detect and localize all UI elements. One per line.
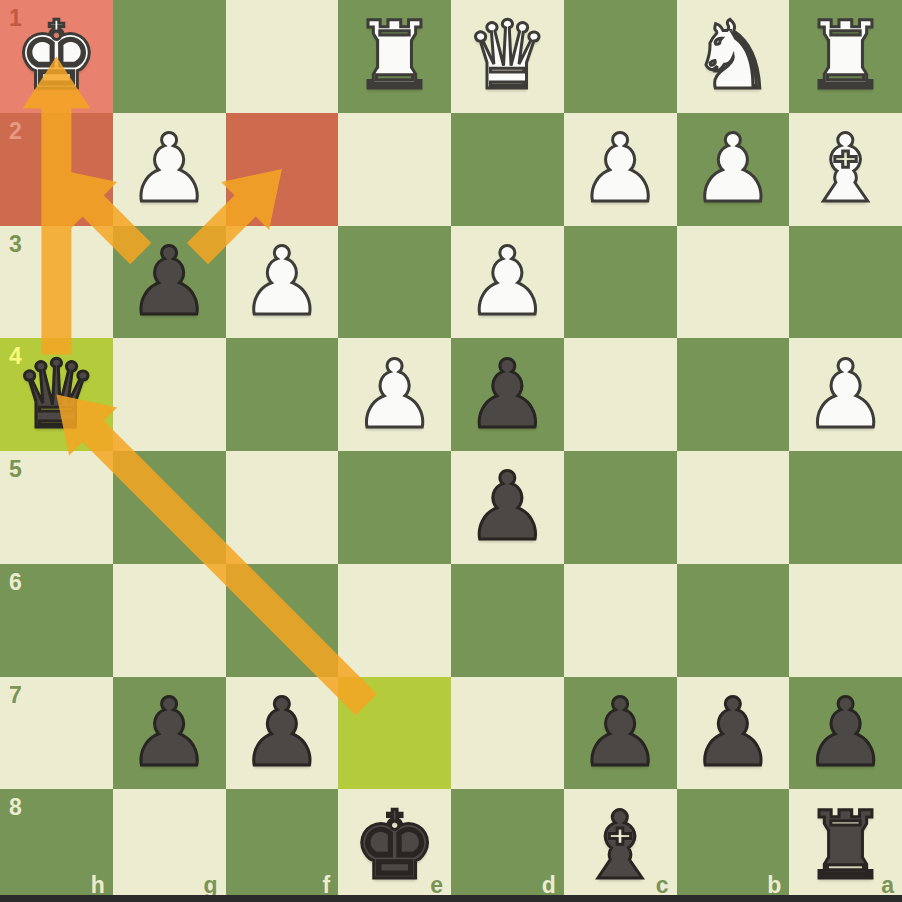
rank-label-2: 2 (9, 118, 22, 145)
white-king-h1[interactable]: ♚ (0, 0, 113, 113)
rank-label-5: 5 (9, 456, 22, 483)
square-e6[interactable] (338, 564, 451, 677)
square-d5[interactable]: ♟ (451, 451, 564, 564)
square-f5[interactable] (226, 451, 339, 564)
square-d2[interactable] (451, 113, 564, 226)
white-pawn-b2[interactable]: ♟ (677, 113, 790, 226)
white-rook-e1[interactable]: ♜ (338, 0, 451, 113)
square-d7[interactable] (451, 677, 564, 790)
square-g4[interactable] (113, 338, 226, 451)
square-b4[interactable] (677, 338, 790, 451)
rank-label-8: 8 (9, 794, 22, 821)
square-b8[interactable]: b (677, 789, 790, 902)
chess-board-wrapper: 1♚♜♛♞♜2♟♟♟♝3♟♟♟4♛♟♟♟5♟67♟♟♟♟♟8hgfe♚dc♝ba… (0, 0, 902, 902)
black-bishop-c8[interactable]: ♝ (564, 789, 677, 902)
square-a3[interactable] (789, 226, 902, 339)
square-f1[interactable] (226, 0, 339, 113)
square-c3[interactable] (564, 226, 677, 339)
square-e7[interactable] (338, 677, 451, 790)
square-h6[interactable]: 6 (0, 564, 113, 677)
square-g8[interactable]: g (113, 789, 226, 902)
square-b5[interactable] (677, 451, 790, 564)
square-h7[interactable]: 7 (0, 677, 113, 790)
black-pawn-g7[interactable]: ♟ (113, 677, 226, 790)
rank-label-7: 7 (9, 682, 22, 709)
square-f2[interactable] (226, 113, 339, 226)
square-c5[interactable] (564, 451, 677, 564)
square-a2[interactable]: ♝ (789, 113, 902, 226)
square-a8[interactable]: a♜ (789, 789, 902, 902)
square-g7[interactable]: ♟ (113, 677, 226, 790)
square-c8[interactable]: c♝ (564, 789, 677, 902)
square-h4[interactable]: 4♛ (0, 338, 113, 451)
black-rook-a8[interactable]: ♜ (789, 789, 902, 902)
white-pawn-d3[interactable]: ♟ (451, 226, 564, 339)
rank-label-3: 3 (9, 231, 22, 258)
white-pawn-g2[interactable]: ♟ (113, 113, 226, 226)
white-bishop-a2[interactable]: ♝ (789, 113, 902, 226)
square-b7[interactable]: ♟ (677, 677, 790, 790)
square-f6[interactable] (226, 564, 339, 677)
window-edge-bar (0, 895, 902, 902)
square-f3[interactable]: ♟ (226, 226, 339, 339)
square-e8[interactable]: e♚ (338, 789, 451, 902)
square-c7[interactable]: ♟ (564, 677, 677, 790)
black-queen-h4[interactable]: ♛ (0, 338, 113, 451)
square-c1[interactable] (564, 0, 677, 113)
chess-board[interactable]: 1♚♜♛♞♜2♟♟♟♝3♟♟♟4♛♟♟♟5♟67♟♟♟♟♟8hgfe♚dc♝ba… (0, 0, 902, 902)
square-h3[interactable]: 3 (0, 226, 113, 339)
square-e1[interactable]: ♜ (338, 0, 451, 113)
black-pawn-a7[interactable]: ♟ (789, 677, 902, 790)
square-e5[interactable] (338, 451, 451, 564)
square-b3[interactable] (677, 226, 790, 339)
black-pawn-d4[interactable]: ♟ (451, 338, 564, 451)
square-a5[interactable] (789, 451, 902, 564)
white-pawn-a4[interactable]: ♟ (789, 338, 902, 451)
square-a7[interactable]: ♟ (789, 677, 902, 790)
square-d6[interactable] (451, 564, 564, 677)
square-f4[interactable] (226, 338, 339, 451)
black-king-e8[interactable]: ♚ (338, 789, 451, 902)
black-pawn-c7[interactable]: ♟ (564, 677, 677, 790)
square-d1[interactable]: ♛ (451, 0, 564, 113)
square-c2[interactable]: ♟ (564, 113, 677, 226)
square-b6[interactable] (677, 564, 790, 677)
square-b2[interactable]: ♟ (677, 113, 790, 226)
black-pawn-d5[interactable]: ♟ (451, 451, 564, 564)
square-g3[interactable]: ♟ (113, 226, 226, 339)
square-a6[interactable] (789, 564, 902, 677)
square-e2[interactable] (338, 113, 451, 226)
white-queen-d1[interactable]: ♛ (451, 0, 564, 113)
square-f7[interactable]: ♟ (226, 677, 339, 790)
square-b1[interactable]: ♞ (677, 0, 790, 113)
square-a4[interactable]: ♟ (789, 338, 902, 451)
square-g6[interactable] (113, 564, 226, 677)
square-c4[interactable] (564, 338, 677, 451)
square-g2[interactable]: ♟ (113, 113, 226, 226)
square-h2[interactable]: 2 (0, 113, 113, 226)
black-pawn-f7[interactable]: ♟ (226, 677, 339, 790)
square-e3[interactable] (338, 226, 451, 339)
square-h8[interactable]: 8h (0, 789, 113, 902)
white-pawn-c2[interactable]: ♟ (564, 113, 677, 226)
black-pawn-g3[interactable]: ♟ (113, 226, 226, 339)
square-g1[interactable] (113, 0, 226, 113)
square-d4[interactable]: ♟ (451, 338, 564, 451)
square-d3[interactable]: ♟ (451, 226, 564, 339)
square-d8[interactable]: d (451, 789, 564, 902)
black-pawn-b7[interactable]: ♟ (677, 677, 790, 790)
white-rook-a1[interactable]: ♜ (789, 0, 902, 113)
square-c6[interactable] (564, 564, 677, 677)
rank-label-6: 6 (9, 569, 22, 596)
square-f8[interactable]: f (226, 789, 339, 902)
white-pawn-e4[interactable]: ♟ (338, 338, 451, 451)
square-a1[interactable]: ♜ (789, 0, 902, 113)
white-pawn-f3[interactable]: ♟ (226, 226, 339, 339)
square-e4[interactable]: ♟ (338, 338, 451, 451)
square-g5[interactable] (113, 451, 226, 564)
square-h5[interactable]: 5 (0, 451, 113, 564)
square-h1[interactable]: 1♚ (0, 0, 113, 113)
white-knight-b1[interactable]: ♞ (677, 0, 790, 113)
